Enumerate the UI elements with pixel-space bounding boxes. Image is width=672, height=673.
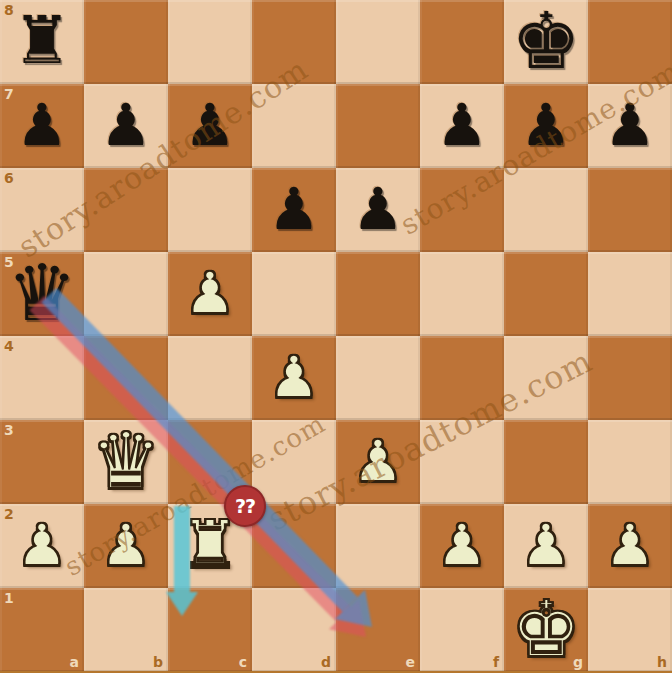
chess-board-wrap: 8♜♚7♟♟♟♟♟♟6♟♟5♛♟4♟3♛♟2♟♟♜♟♟♟1abcdefg♚h s… (0, 0, 672, 672)
square-h6[interactable] (588, 168, 672, 252)
piece-white-pawn[interactable]: ♟ (168, 252, 252, 336)
square-f2[interactable]: ♟ (420, 504, 504, 588)
square-b8[interactable] (84, 0, 168, 84)
file-label-f: f (493, 654, 499, 670)
square-a7[interactable]: 7♟ (0, 84, 84, 168)
square-e2[interactable] (336, 504, 420, 588)
square-a2[interactable]: 2♟ (0, 504, 84, 588)
square-f4[interactable] (420, 336, 504, 420)
square-g3[interactable] (504, 420, 588, 504)
rank-label-3: 3 (4, 422, 14, 438)
square-f7[interactable]: ♟ (420, 84, 504, 168)
rank-label-1: 1 (4, 590, 14, 606)
square-d7[interactable] (252, 84, 336, 168)
piece-white-pawn[interactable]: ♟ (84, 504, 168, 588)
square-c6[interactable] (168, 168, 252, 252)
square-c8[interactable] (168, 0, 252, 84)
rank-label-8: 8 (4, 2, 14, 18)
piece-black-pawn[interactable]: ♟ (504, 84, 588, 168)
piece-white-pawn[interactable]: ♟ (336, 420, 420, 504)
file-label-g: g (573, 654, 583, 670)
square-b1[interactable]: b (84, 588, 168, 672)
square-e4[interactable] (336, 336, 420, 420)
piece-white-queen[interactable]: ♛ (84, 420, 168, 504)
square-e7[interactable] (336, 84, 420, 168)
piece-black-pawn[interactable]: ♟ (420, 84, 504, 168)
square-e8[interactable] (336, 0, 420, 84)
square-f8[interactable] (420, 0, 504, 84)
square-d5[interactable] (252, 252, 336, 336)
square-b3[interactable]: ♛ (84, 420, 168, 504)
square-a1[interactable]: 1a (0, 588, 84, 672)
square-c4[interactable] (168, 336, 252, 420)
square-g8[interactable]: ♚ (504, 0, 588, 84)
square-h3[interactable] (588, 420, 672, 504)
square-g4[interactable] (504, 336, 588, 420)
square-c5[interactable]: ♟ (168, 252, 252, 336)
square-b4[interactable] (84, 336, 168, 420)
square-d3[interactable] (252, 420, 336, 504)
rank-label-5: 5 (4, 254, 14, 270)
rank-label-6: 6 (4, 170, 14, 186)
square-g7[interactable]: ♟ (504, 84, 588, 168)
square-a6[interactable]: 6 (0, 168, 84, 252)
square-d4[interactable]: ♟ (252, 336, 336, 420)
piece-black-king[interactable]: ♚ (504, 0, 588, 84)
square-h1[interactable]: h (588, 588, 672, 672)
square-b2[interactable]: ♟ (84, 504, 168, 588)
piece-white-pawn[interactable]: ♟ (420, 504, 504, 588)
square-f3[interactable] (420, 420, 504, 504)
square-g2[interactable]: ♟ (504, 504, 588, 588)
chess-board: 8♜♚7♟♟♟♟♟♟6♟♟5♛♟4♟3♛♟2♟♟♜♟♟♟1abcdefg♚h (0, 0, 672, 672)
rank-label-4: 4 (4, 338, 14, 354)
square-b5[interactable] (84, 252, 168, 336)
piece-white-pawn[interactable]: ♟ (588, 504, 672, 588)
square-e5[interactable] (336, 252, 420, 336)
file-label-d: d (321, 654, 331, 670)
square-c1[interactable]: c (168, 588, 252, 672)
square-a5[interactable]: 5♛ (0, 252, 84, 336)
square-e6[interactable]: ♟ (336, 168, 420, 252)
piece-black-pawn[interactable]: ♟ (336, 168, 420, 252)
square-g1[interactable]: g♚ (504, 588, 588, 672)
file-label-e: e (406, 654, 416, 670)
square-a8[interactable]: 8♜ (0, 0, 84, 84)
square-g5[interactable] (504, 252, 588, 336)
square-h5[interactable] (588, 252, 672, 336)
blunder-badge: ?? (224, 485, 266, 527)
square-d8[interactable] (252, 0, 336, 84)
file-label-b: b (153, 654, 163, 670)
square-b7[interactable]: ♟ (84, 84, 168, 168)
piece-black-pawn[interactable]: ♟ (168, 84, 252, 168)
piece-black-pawn[interactable]: ♟ (84, 84, 168, 168)
square-g6[interactable] (504, 168, 588, 252)
square-d1[interactable]: d (252, 588, 336, 672)
square-d2[interactable] (252, 504, 336, 588)
square-h2[interactable]: ♟ (588, 504, 672, 588)
square-h8[interactable] (588, 0, 672, 84)
file-label-a: a (70, 654, 79, 670)
piece-white-pawn[interactable]: ♟ (252, 336, 336, 420)
piece-black-pawn[interactable]: ♟ (588, 84, 672, 168)
square-f1[interactable]: f (420, 588, 504, 672)
rank-label-7: 7 (4, 86, 14, 102)
square-c7[interactable]: ♟ (168, 84, 252, 168)
square-e3[interactable]: ♟ (336, 420, 420, 504)
piece-black-pawn[interactable]: ♟ (252, 168, 336, 252)
square-f6[interactable] (420, 168, 504, 252)
square-h4[interactable] (588, 336, 672, 420)
square-d6[interactable]: ♟ (252, 168, 336, 252)
square-a3[interactable]: 3 (0, 420, 84, 504)
square-f5[interactable] (420, 252, 504, 336)
file-label-c: c (239, 654, 247, 670)
rank-label-2: 2 (4, 506, 14, 522)
square-e1[interactable]: e (336, 588, 420, 672)
square-a4[interactable]: 4 (0, 336, 84, 420)
piece-white-pawn[interactable]: ♟ (504, 504, 588, 588)
file-label-h: h (657, 654, 667, 670)
square-b6[interactable] (84, 168, 168, 252)
square-h7[interactable]: ♟ (588, 84, 672, 168)
